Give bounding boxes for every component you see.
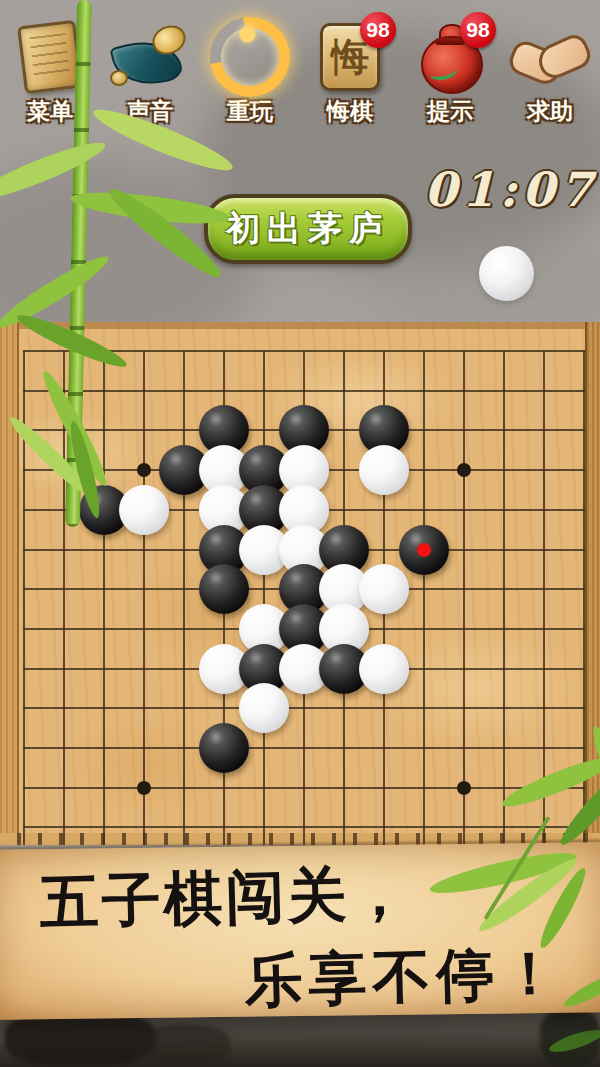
hint-button[interactable]: 98 提示 — [402, 4, 498, 124]
plant-silhouette — [540, 1008, 600, 1067]
grid-line-vertical — [543, 351, 545, 845]
hint-label: 提示 — [427, 98, 473, 124]
replay-label: 重玩 — [227, 98, 273, 124]
grid-line-horizontal — [23, 787, 585, 789]
stone-white — [359, 445, 409, 495]
grid-line-vertical — [143, 351, 145, 845]
stone-white — [359, 564, 409, 614]
banner-text-line2: 乐享不停！ — [244, 935, 566, 1021]
grid-line-vertical — [263, 351, 265, 845]
grid-line-vertical — [23, 351, 25, 845]
grid-line-horizontal — [23, 350, 585, 352]
grid-line-horizontal — [23, 707, 585, 709]
replay-button[interactable]: 重玩 — [202, 4, 298, 124]
grid-line-horizontal — [23, 747, 585, 749]
promo-banner-scroll: 五子棋闯关， 乐享不停！ — [0, 842, 600, 1020]
grid-line-vertical — [583, 351, 585, 845]
star-point — [137, 781, 151, 795]
scroll-menu-icon — [17, 20, 83, 95]
bamboo-leaf — [0, 135, 109, 208]
star-point — [457, 781, 471, 795]
board-grid — [0, 322, 600, 845]
grid-line-vertical — [183, 351, 185, 845]
grid-line-horizontal — [23, 390, 585, 392]
grid-line-vertical — [63, 351, 65, 845]
level-button[interactable]: 初出茅庐 — [204, 194, 412, 264]
last-move-marker — [417, 543, 431, 557]
undo-button[interactable]: 悔 98 悔棋 — [302, 4, 398, 124]
sound-label: 声音 — [127, 98, 173, 124]
stone-white — [119, 485, 169, 535]
grid-line-vertical — [503, 351, 505, 845]
sound-button[interactable]: 声音 — [102, 4, 198, 124]
level-button-label: 初出茅庐 — [226, 206, 390, 252]
toolbar: 菜单 声音 重玩 悔 98 悔棋 98 提示 — [0, 4, 600, 126]
help-button[interactable]: 求助 — [502, 4, 598, 124]
stone-black — [399, 525, 449, 575]
stone-white — [359, 644, 409, 694]
stone-black — [199, 723, 249, 773]
undo-count-badge: 98 — [360, 12, 396, 48]
gomoku-board[interactable] — [0, 322, 600, 845]
horn-sound-icon — [108, 24, 192, 90]
game-screen: 菜单 声音 重玩 悔 98 悔棋 98 提示 — [0, 0, 600, 1067]
menu-button[interactable]: 菜单 — [2, 4, 98, 124]
dry-shrub-silhouette — [140, 1025, 230, 1065]
banner-text-line1: 五子棋闯关， — [39, 854, 413, 944]
star-point — [137, 463, 151, 477]
stone-white — [239, 683, 289, 733]
help-label: 求助 — [527, 98, 573, 124]
stone-black — [199, 564, 249, 614]
grid-line-vertical — [103, 351, 105, 845]
handshake-help-icon — [508, 28, 592, 86]
grid-line-horizontal — [23, 826, 585, 828]
grid-line-vertical — [423, 351, 425, 845]
hint-count-badge: 98 — [460, 12, 496, 48]
star-point — [457, 463, 471, 477]
timer: 01:07 — [424, 162, 586, 217]
fire-swirl-replay-icon — [194, 1, 305, 112]
menu-label: 菜单 — [27, 98, 73, 124]
grid-line-vertical — [463, 351, 465, 845]
turn-indicator-white-stone — [479, 246, 534, 301]
undo-label: 悔棋 — [327, 98, 373, 124]
